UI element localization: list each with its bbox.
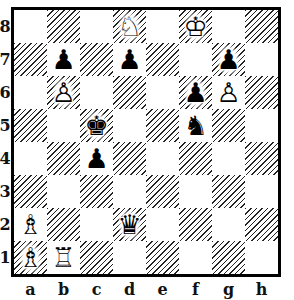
piece-black-pawn: ♟ — [51, 43, 75, 76]
square-a7[interactable] — [14, 43, 47, 76]
square-a5[interactable] — [14, 109, 47, 142]
square-a8[interactable] — [14, 10, 47, 43]
file-label-a: a — [14, 279, 47, 299]
chess-board: ♘♔♟♟♟♙♟♙♚♞♟♗♛♗♖ — [11, 7, 281, 277]
square-e6[interactable] — [146, 76, 179, 109]
square-e1[interactable] — [146, 241, 179, 274]
piece-black-pawn: ♟ — [84, 142, 108, 175]
square-d7[interactable]: ♟ — [113, 43, 146, 76]
square-c3[interactable] — [80, 175, 113, 208]
square-b6[interactable]: ♙ — [47, 76, 80, 109]
square-c8[interactable] — [80, 10, 113, 43]
square-c7[interactable] — [80, 43, 113, 76]
rank-label-2: 2 — [0, 208, 10, 241]
piece-white-bishop: ♗ — [18, 208, 42, 241]
square-g3[interactable] — [212, 175, 245, 208]
square-c4[interactable]: ♟ — [80, 142, 113, 175]
file-labels: abcdefgh — [14, 279, 278, 299]
piece-white-pawn: ♙ — [216, 76, 240, 109]
square-e4[interactable] — [146, 142, 179, 175]
square-a6[interactable] — [14, 76, 47, 109]
square-a4[interactable] — [14, 142, 47, 175]
square-e8[interactable] — [146, 10, 179, 43]
piece-white-rook: ♖ — [51, 241, 75, 274]
square-d8[interactable]: ♘ — [113, 10, 146, 43]
square-e5[interactable] — [146, 109, 179, 142]
rank-label-3: 3 — [0, 175, 10, 208]
square-d4[interactable] — [113, 142, 146, 175]
piece-white-king: ♔ — [183, 10, 207, 43]
square-d2[interactable]: ♛ — [113, 208, 146, 241]
square-f4[interactable] — [179, 142, 212, 175]
rank-label-7: 7 — [0, 43, 10, 76]
square-h1[interactable] — [245, 241, 278, 274]
piece-white-bishop: ♗ — [18, 241, 42, 274]
piece-white-pawn: ♙ — [51, 76, 75, 109]
square-c5[interactable]: ♚ — [80, 109, 113, 142]
square-b2[interactable] — [47, 208, 80, 241]
square-e7[interactable] — [146, 43, 179, 76]
square-f5[interactable]: ♞ — [179, 109, 212, 142]
square-c2[interactable] — [80, 208, 113, 241]
file-label-g: g — [212, 279, 245, 299]
square-h3[interactable] — [245, 175, 278, 208]
square-g8[interactable] — [212, 10, 245, 43]
rank-label-1: 1 — [0, 241, 10, 274]
square-h5[interactable] — [245, 109, 278, 142]
square-d1[interactable] — [113, 241, 146, 274]
square-g5[interactable] — [212, 109, 245, 142]
square-h7[interactable] — [245, 43, 278, 76]
square-b5[interactable] — [47, 109, 80, 142]
chess-diagram: 87654321 ♘♔♟♟♟♙♟♙♚♞♟♗♛♗♖ abcdefgh — [0, 0, 294, 300]
square-g1[interactable] — [212, 241, 245, 274]
square-g6[interactable]: ♙ — [212, 76, 245, 109]
square-b8[interactable] — [47, 10, 80, 43]
rank-label-4: 4 — [0, 142, 10, 175]
piece-black-pawn: ♟ — [117, 43, 141, 76]
file-label-c: c — [80, 279, 113, 299]
square-a1[interactable]: ♗ — [14, 241, 47, 274]
square-f7[interactable] — [179, 43, 212, 76]
rank-label-8: 8 — [0, 10, 10, 43]
square-b1[interactable]: ♖ — [47, 241, 80, 274]
rank-label-5: 5 — [0, 109, 10, 142]
square-e2[interactable] — [146, 208, 179, 241]
square-f2[interactable] — [179, 208, 212, 241]
square-a3[interactable] — [14, 175, 47, 208]
square-f1[interactable] — [179, 241, 212, 274]
file-label-d: d — [113, 279, 146, 299]
piece-black-queen: ♛ — [117, 208, 141, 241]
square-f3[interactable] — [179, 175, 212, 208]
square-e3[interactable] — [146, 175, 179, 208]
piece-black-knight: ♞ — [183, 109, 207, 142]
piece-black-pawn: ♟ — [183, 76, 207, 109]
square-c1[interactable] — [80, 241, 113, 274]
square-h6[interactable] — [245, 76, 278, 109]
rank-labels: 87654321 — [0, 10, 10, 274]
square-g7[interactable]: ♟ — [212, 43, 245, 76]
piece-black-pawn: ♟ — [216, 43, 240, 76]
piece-black-king: ♚ — [84, 109, 108, 142]
square-g2[interactable] — [212, 208, 245, 241]
square-h8[interactable] — [245, 10, 278, 43]
square-c6[interactable] — [80, 76, 113, 109]
square-b3[interactable] — [47, 175, 80, 208]
square-b7[interactable]: ♟ — [47, 43, 80, 76]
square-g4[interactable] — [212, 142, 245, 175]
square-d6[interactable] — [113, 76, 146, 109]
square-h4[interactable] — [245, 142, 278, 175]
piece-white-knight: ♘ — [117, 10, 141, 43]
file-label-h: h — [245, 279, 278, 299]
square-b4[interactable] — [47, 142, 80, 175]
square-d5[interactable] — [113, 109, 146, 142]
file-label-f: f — [179, 279, 212, 299]
file-label-b: b — [47, 279, 80, 299]
file-label-e: e — [146, 279, 179, 299]
square-f8[interactable]: ♔ — [179, 10, 212, 43]
square-d3[interactable] — [113, 175, 146, 208]
square-f6[interactable]: ♟ — [179, 76, 212, 109]
rank-label-6: 6 — [0, 76, 10, 109]
square-h2[interactable] — [245, 208, 278, 241]
square-a2[interactable]: ♗ — [14, 208, 47, 241]
